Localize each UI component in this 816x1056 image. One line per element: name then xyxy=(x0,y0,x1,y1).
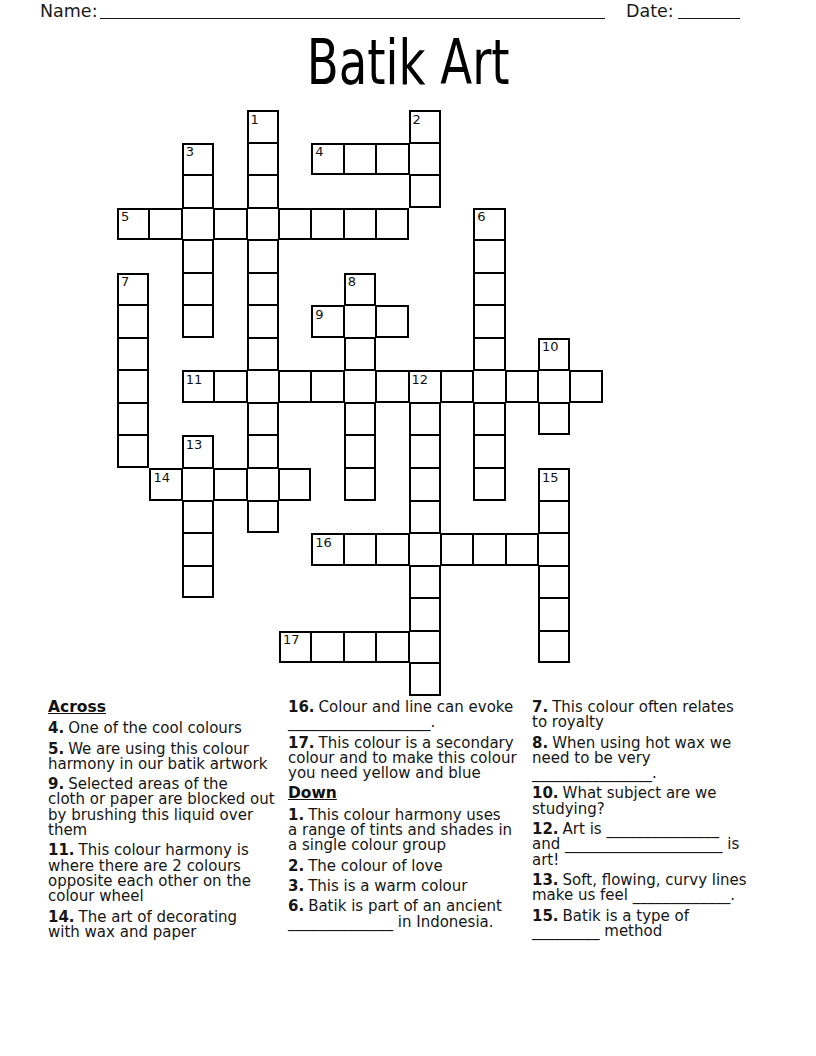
clue-text: Colour and line can evoke ______________… xyxy=(288,698,513,731)
grid-cell-r3c5[interactable] xyxy=(279,208,311,241)
cell-number: 2 xyxy=(413,113,421,126)
grid-cell-r8c11[interactable] xyxy=(473,370,505,403)
grid-cell-r6c7[interactable] xyxy=(344,305,376,338)
cell-number: 17 xyxy=(283,633,300,646)
clue-down-13: 13.Soft, flowing, curvy lines make us fe… xyxy=(532,873,794,904)
across-heading: Across xyxy=(48,700,286,715)
grid-cell-r1c7[interactable] xyxy=(344,143,376,176)
grid-cell-r3c8[interactable] xyxy=(376,208,408,241)
cell-number: 4 xyxy=(315,145,323,158)
grid-cell-r14c9[interactable] xyxy=(409,566,441,599)
cell-number: 16 xyxy=(315,536,332,549)
clues-column-2: 16.Colour and line can evoke ___________… xyxy=(288,700,530,935)
page-title: Batik Art xyxy=(0,31,816,94)
grid-cell-r10c2[interactable]: 13 xyxy=(182,435,214,468)
clue-down-7: 7.This colour often relates to royalty xyxy=(532,700,794,731)
grid-cell-r4c2[interactable] xyxy=(182,240,214,273)
grid-cell-r0c4[interactable]: 1 xyxy=(247,110,279,143)
down-heading: Down xyxy=(288,786,530,801)
grid-cell-r5c11[interactable] xyxy=(473,273,505,306)
grid-cell-r2c2[interactable] xyxy=(182,175,214,208)
grid-cell-r13c8[interactable] xyxy=(376,533,408,566)
grid-cell-r13c6[interactable]: 16 xyxy=(311,533,343,566)
clue-text: The colour of love xyxy=(308,857,443,875)
grid-cell-r7c13[interactable]: 10 xyxy=(538,338,570,371)
grid-cell-r1c4[interactable] xyxy=(247,143,279,176)
grid-cell-r3c11[interactable]: 6 xyxy=(473,208,505,241)
clue-text: The art of decorating with wax and paper xyxy=(48,908,237,941)
grid-cell-r11c11[interactable] xyxy=(473,468,505,501)
cell-number: 11 xyxy=(186,373,203,386)
clue-number-label: 2. xyxy=(288,857,304,875)
grid-cell-r0c9[interactable]: 2 xyxy=(409,110,441,143)
grid-cell-r11c1[interactable]: 14 xyxy=(149,468,181,501)
grid-cell-r8c8[interactable] xyxy=(376,370,408,403)
grid-cell-r6c6[interactable]: 9 xyxy=(311,305,343,338)
grid-cell-r8c3[interactable] xyxy=(214,370,246,403)
grid-cell-r13c11[interactable] xyxy=(473,533,505,566)
grid-cell-r8c9[interactable]: 12 xyxy=(409,370,441,403)
grid-cell-r4c4[interactable] xyxy=(247,240,279,273)
grid-cell-r1c9[interactable] xyxy=(409,143,441,176)
clues-column-1: Across 4.One of the cool colours5.We are… xyxy=(48,700,286,945)
grid-cell-r11c2[interactable] xyxy=(182,468,214,501)
clue-down-12: 12.Art is _______________ and __________… xyxy=(532,822,794,868)
grid-cell-r1c2[interactable]: 3 xyxy=(182,143,214,176)
grid-cell-r8c4[interactable] xyxy=(247,370,279,403)
grid-cell-r8c0[interactable] xyxy=(117,370,149,403)
cell-number: 5 xyxy=(121,210,129,223)
clue-down-6: 6.Batik is part of an ancient __________… xyxy=(288,899,530,930)
grid-cell-r3c6[interactable] xyxy=(311,208,343,241)
clue-text: This is a warm colour xyxy=(308,877,467,895)
cell-number: 3 xyxy=(186,145,194,158)
name-input-line[interactable] xyxy=(100,2,605,19)
grid-cell-r12c4[interactable] xyxy=(247,501,279,534)
clue-text: This colour is a secondary colour and to… xyxy=(288,734,517,783)
clue-text: When using hot wax we need to be very __… xyxy=(532,734,731,783)
grid-cell-r12c2[interactable] xyxy=(182,501,214,534)
grid-cell-r2c9[interactable] xyxy=(409,175,441,208)
clue-text: We are using this colour harmony in our … xyxy=(48,740,267,773)
grid-cell-r5c7[interactable]: 8 xyxy=(344,273,376,306)
grid-cell-r7c0[interactable] xyxy=(117,338,149,371)
clue-number-label: 3. xyxy=(288,877,304,895)
grid-cell-r5c0[interactable]: 7 xyxy=(117,273,149,306)
grid-cell-r14c13[interactable] xyxy=(538,566,570,599)
grid-cell-r9c9[interactable] xyxy=(409,403,441,436)
grid-cell-r9c0[interactable] xyxy=(117,403,149,436)
grid-cell-r8c13[interactable] xyxy=(538,370,570,403)
cell-number: 8 xyxy=(348,275,356,288)
clue-across-9: 9.Selected areas of the cloth or paper a… xyxy=(48,777,286,838)
clue-text: This colour harmony is where there are 2… xyxy=(48,841,251,905)
clue-across-4: 4.One of the cool colours xyxy=(48,721,286,736)
grid-cell-r16c8[interactable] xyxy=(376,631,408,664)
grid-cell-r3c7[interactable] xyxy=(344,208,376,241)
grid-cell-r16c5[interactable]: 17 xyxy=(279,631,311,664)
grid-cell-r10c11[interactable] xyxy=(473,435,505,468)
grid-cell-r13c10[interactable] xyxy=(441,533,473,566)
grid-cell-r8c12[interactable] xyxy=(506,370,538,403)
grid-cell-r6c2[interactable] xyxy=(182,305,214,338)
grid-cell-r11c9[interactable] xyxy=(409,468,441,501)
clue-down-10: 10.What subject are we studying? xyxy=(532,786,794,817)
clue-down-8: 8.When using hot wax we need to be very … xyxy=(532,736,794,782)
grid-cell-r6c0[interactable] xyxy=(117,305,149,338)
grid-cell-r3c4[interactable] xyxy=(247,208,279,241)
grid-cell-r1c6[interactable]: 4 xyxy=(311,143,343,176)
grid-cell-r8c10[interactable] xyxy=(441,370,473,403)
across-clues-slot-2: 16.Colour and line can evoke ___________… xyxy=(288,700,530,781)
grid-cell-r16c7[interactable] xyxy=(344,631,376,664)
cell-number: 12 xyxy=(412,373,429,386)
grid-cell-r6c8[interactable] xyxy=(376,305,408,338)
grid-cell-r11c13[interactable]: 15 xyxy=(538,468,570,501)
grid-cell-r13c7[interactable] xyxy=(344,533,376,566)
grid-cell-r15c9[interactable] xyxy=(409,598,441,631)
cell-number: 6 xyxy=(477,210,485,223)
grid-cell-r2c4[interactable] xyxy=(247,175,279,208)
across-clues-slot-1: 4.One of the cool colours5.We are using … xyxy=(48,721,286,940)
grid-cell-r4c11[interactable] xyxy=(473,240,505,273)
grid-cell-r8c6[interactable] xyxy=(311,370,343,403)
grid-cell-r7c11[interactable] xyxy=(473,338,505,371)
clue-across-17: 17.This colour is a secondary colour and… xyxy=(288,736,530,782)
grid-cell-r6c4[interactable] xyxy=(247,305,279,338)
grid-cell-r10c9[interactable] xyxy=(409,435,441,468)
grid-cell-r12c9[interactable] xyxy=(409,501,441,534)
grid-cell-r13c13[interactable] xyxy=(538,533,570,566)
grid-cell-r7c7[interactable] xyxy=(344,338,376,371)
grid-cell-r16c9[interactable] xyxy=(409,631,441,664)
grid-cell-r11c5[interactable] xyxy=(279,468,311,501)
grid-cell-r10c4[interactable] xyxy=(247,435,279,468)
grid-cell-r10c0[interactable] xyxy=(117,435,149,468)
name-label: Name: xyxy=(40,2,98,21)
clue-text: One of the cool colours xyxy=(68,719,242,737)
cell-number: 10 xyxy=(542,340,559,353)
grid-cell-r17c9[interactable] xyxy=(409,663,441,696)
clue-text: Art is _______________ and _____________… xyxy=(532,820,739,869)
grid-cell-r8c5[interactable] xyxy=(279,370,311,403)
clue-text: This colour harmony uses a range of tint… xyxy=(288,806,512,855)
cell-number: 14 xyxy=(153,471,170,484)
clue-number-label: 4. xyxy=(48,719,64,737)
grid-cell-r13c12[interactable] xyxy=(506,533,538,566)
grid-cell-r9c4[interactable] xyxy=(247,403,279,436)
grid-cell-r3c0[interactable]: 5 xyxy=(117,208,149,241)
grid-cell-r8c2[interactable]: 11 xyxy=(182,370,214,403)
grid-cell-r3c2[interactable] xyxy=(182,208,214,241)
grid-cell-r13c2[interactable] xyxy=(182,533,214,566)
grid-cell-r8c14[interactable] xyxy=(570,370,602,403)
grid-cell-r3c3[interactable] xyxy=(214,208,246,241)
clue-across-14: 14.The art of decorating with wax and pa… xyxy=(48,910,286,941)
grid-cell-r16c13[interactable] xyxy=(538,631,570,664)
grid-cell-r1c8[interactable] xyxy=(376,143,408,176)
grid-cell-r9c13[interactable] xyxy=(538,403,570,436)
clue-down-1: 1.This colour harmony uses a range of ti… xyxy=(288,808,530,854)
grid-cell-r5c4[interactable] xyxy=(247,273,279,306)
down-clues-slot-2: 7.This colour often relates to royalty8.… xyxy=(532,700,794,939)
clue-text: What subject are we studying? xyxy=(532,784,716,817)
clue-across-16: 16.Colour and line can evoke ___________… xyxy=(288,700,530,731)
cell-number: 15 xyxy=(542,471,559,484)
date-input-line[interactable] xyxy=(678,2,740,19)
clue-down-2: 2.The colour of love xyxy=(288,859,530,874)
grid-cell-r11c4[interactable] xyxy=(247,468,279,501)
clue-text: Soft, flowing, curvy lines make us feel … xyxy=(532,871,747,904)
page-title-text: Batik Art xyxy=(307,31,510,94)
down-clues-slot-1: 1.This colour harmony uses a range of ti… xyxy=(288,808,530,930)
clue-down-15: 15.Batik is a type of _________ method xyxy=(532,909,794,940)
grid-cell-r12c13[interactable] xyxy=(538,501,570,534)
grid-cell-r7c4[interactable] xyxy=(247,338,279,371)
cell-number: 7 xyxy=(121,275,129,288)
cell-number: 1 xyxy=(251,113,259,126)
cell-number: 9 xyxy=(315,308,323,321)
crossword-grid: 1234567891011121314151617 xyxy=(117,110,603,696)
grid-cell-r11c3[interactable] xyxy=(214,468,246,501)
grid-cell-r5c2[interactable] xyxy=(182,273,214,306)
grid-cell-r15c13[interactable] xyxy=(538,598,570,631)
grid-cell-r3c1[interactable] xyxy=(149,208,181,241)
grid-cell-r6c11[interactable] xyxy=(473,305,505,338)
clue-text: Selected areas of the cloth or paper are… xyxy=(48,775,275,839)
clue-text: This colour often relates to royalty xyxy=(532,698,734,731)
grid-cell-r10c7[interactable] xyxy=(344,435,376,468)
clue-text: Batik is part of an ancient ____________… xyxy=(288,897,502,930)
grid-cell-r8c7[interactable] xyxy=(344,370,376,403)
clue-down-3: 3.This is a warm colour xyxy=(288,879,530,894)
grid-cell-r9c11[interactable] xyxy=(473,403,505,436)
grid-cell-r16c6[interactable] xyxy=(311,631,343,664)
cell-number: 13 xyxy=(186,438,203,451)
clue-across-5: 5.We are using this colour harmony in ou… xyxy=(48,742,286,773)
grid-cell-r11c7[interactable] xyxy=(344,468,376,501)
grid-cell-r9c7[interactable] xyxy=(344,403,376,436)
clue-across-11: 11.This colour harmony is where there ar… xyxy=(48,843,286,904)
grid-cell-r14c2[interactable] xyxy=(182,566,214,599)
grid-cell-r13c9[interactable] xyxy=(409,533,441,566)
clues-column-3: 7.This colour often relates to royalty8.… xyxy=(532,700,794,944)
date-label: Date: xyxy=(626,2,674,21)
worksheet-page: Name: Date: Batik Art 123456789101112131… xyxy=(0,0,816,1056)
